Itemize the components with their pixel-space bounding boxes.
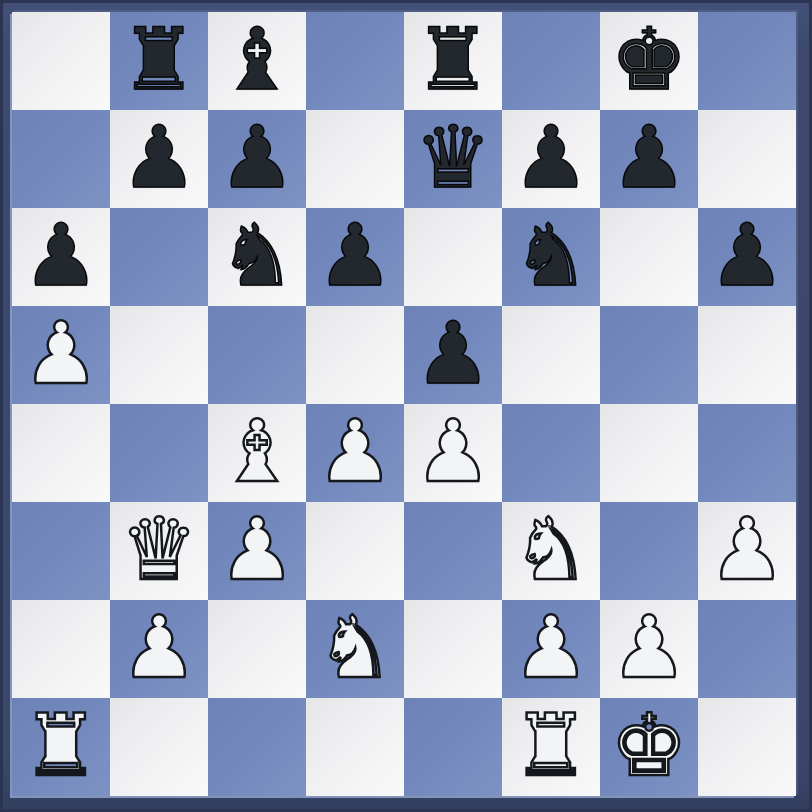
piece-black-bishop[interactable]: ♝	[218, 12, 295, 108]
square-e1[interactable]	[404, 698, 502, 796]
square-d8[interactable]	[306, 12, 404, 110]
square-e6[interactable]	[404, 208, 502, 306]
piece-white-pawn[interactable]: ♟	[120, 600, 197, 696]
piece-black-pawn[interactable]: ♟	[708, 208, 785, 304]
square-d1[interactable]	[306, 698, 404, 796]
piece-white-rook[interactable]: ♜	[512, 698, 589, 794]
square-b1[interactable]	[110, 698, 208, 796]
square-h4[interactable]	[698, 404, 796, 502]
piece-black-pawn[interactable]: ♟	[316, 208, 393, 304]
square-e8[interactable]: ♜	[404, 12, 502, 110]
piece-black-pawn[interactable]: ♟	[218, 110, 295, 206]
square-f7[interactable]: ♟	[502, 110, 600, 208]
square-h7[interactable]	[698, 110, 796, 208]
square-h5[interactable]	[698, 306, 796, 404]
square-g8[interactable]: ♚	[600, 12, 698, 110]
square-d6[interactable]: ♟	[306, 208, 404, 306]
piece-white-pawn[interactable]: ♟	[218, 502, 295, 598]
square-a6[interactable]: ♟	[12, 208, 110, 306]
square-c8[interactable]: ♝	[208, 12, 306, 110]
square-e4[interactable]: ♟	[404, 404, 502, 502]
piece-white-knight[interactable]: ♞	[316, 600, 393, 696]
square-a8[interactable]	[12, 12, 110, 110]
piece-white-knight[interactable]: ♞	[512, 502, 589, 598]
board-frame: ♜♝♜♚♟♟♛♟♟♟♞♟♞♟♟♟♝♟♟♛♟♞♟♟♞♟♟♜♜♚	[0, 0, 812, 812]
square-b5[interactable]	[110, 306, 208, 404]
square-d2[interactable]: ♞	[306, 600, 404, 698]
square-g5[interactable]	[600, 306, 698, 404]
square-g6[interactable]	[600, 208, 698, 306]
square-a7[interactable]	[12, 110, 110, 208]
piece-white-pawn[interactable]: ♟	[708, 502, 785, 598]
piece-white-pawn[interactable]: ♟	[22, 306, 99, 402]
square-e5[interactable]: ♟	[404, 306, 502, 404]
square-f3[interactable]: ♞	[502, 502, 600, 600]
square-b8[interactable]: ♜	[110, 12, 208, 110]
chess-board: ♜♝♜♚♟♟♛♟♟♟♞♟♞♟♟♟♝♟♟♛♟♞♟♟♞♟♟♜♜♚	[12, 12, 796, 796]
square-d5[interactable]	[306, 306, 404, 404]
square-h3[interactable]: ♟	[698, 502, 796, 600]
square-b7[interactable]: ♟	[110, 110, 208, 208]
piece-black-pawn[interactable]: ♟	[512, 110, 589, 206]
piece-black-pawn[interactable]: ♟	[610, 110, 687, 206]
piece-black-king[interactable]: ♚	[610, 12, 687, 108]
piece-white-bishop[interactable]: ♝	[218, 404, 295, 500]
square-h6[interactable]: ♟	[698, 208, 796, 306]
square-e2[interactable]	[404, 600, 502, 698]
square-e7[interactable]: ♛	[404, 110, 502, 208]
piece-black-rook[interactable]: ♜	[414, 12, 491, 108]
square-g4[interactable]	[600, 404, 698, 502]
square-g7[interactable]: ♟	[600, 110, 698, 208]
piece-white-pawn[interactable]: ♟	[316, 404, 393, 500]
piece-black-pawn[interactable]: ♟	[414, 306, 491, 402]
square-a1[interactable]: ♜	[12, 698, 110, 796]
square-f4[interactable]	[502, 404, 600, 502]
square-b4[interactable]	[110, 404, 208, 502]
piece-white-pawn[interactable]: ♟	[414, 404, 491, 500]
square-d4[interactable]: ♟	[306, 404, 404, 502]
square-f6[interactable]: ♞	[502, 208, 600, 306]
square-h2[interactable]	[698, 600, 796, 698]
square-c5[interactable]	[208, 306, 306, 404]
square-g3[interactable]	[600, 502, 698, 600]
square-c3[interactable]: ♟	[208, 502, 306, 600]
square-f2[interactable]: ♟	[502, 600, 600, 698]
square-b6[interactable]	[110, 208, 208, 306]
square-a5[interactable]: ♟	[12, 306, 110, 404]
piece-black-pawn[interactable]: ♟	[22, 208, 99, 304]
piece-black-pawn[interactable]: ♟	[120, 110, 197, 206]
square-h1[interactable]	[698, 698, 796, 796]
piece-white-king[interactable]: ♚	[610, 698, 687, 794]
piece-white-pawn[interactable]: ♟	[512, 600, 589, 696]
piece-black-knight[interactable]: ♞	[512, 208, 589, 304]
square-c7[interactable]: ♟	[208, 110, 306, 208]
piece-black-queen[interactable]: ♛	[414, 110, 491, 206]
square-b3[interactable]: ♛	[110, 502, 208, 600]
square-g2[interactable]: ♟	[600, 600, 698, 698]
square-d7[interactable]	[306, 110, 404, 208]
square-a2[interactable]	[12, 600, 110, 698]
square-f5[interactable]	[502, 306, 600, 404]
piece-black-knight[interactable]: ♞	[218, 208, 295, 304]
square-b2[interactable]: ♟	[110, 600, 208, 698]
square-c6[interactable]: ♞	[208, 208, 306, 306]
square-a3[interactable]	[12, 502, 110, 600]
square-a4[interactable]	[12, 404, 110, 502]
square-e3[interactable]	[404, 502, 502, 600]
square-c2[interactable]	[208, 600, 306, 698]
square-f8[interactable]	[502, 12, 600, 110]
square-h8[interactable]	[698, 12, 796, 110]
piece-white-queen[interactable]: ♛	[120, 502, 197, 598]
piece-white-rook[interactable]: ♜	[22, 698, 99, 794]
piece-black-rook[interactable]: ♜	[120, 12, 197, 108]
square-c4[interactable]: ♝	[208, 404, 306, 502]
square-f1[interactable]: ♜	[502, 698, 600, 796]
square-d3[interactable]	[306, 502, 404, 600]
square-g1[interactable]: ♚	[600, 698, 698, 796]
square-c1[interactable]	[208, 698, 306, 796]
piece-white-pawn[interactable]: ♟	[610, 600, 687, 696]
